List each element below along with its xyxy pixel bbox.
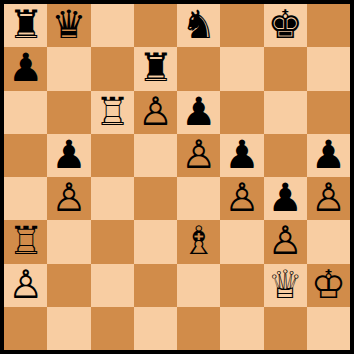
piece-white-pawn: ♙ (8, 265, 43, 304)
square-g6[interactable] (264, 91, 307, 134)
square-f5[interactable]: ♟ (220, 134, 263, 177)
square-b2[interactable] (47, 264, 90, 307)
square-a8[interactable]: ♜ (4, 4, 47, 47)
piece-black-pawn: ♟ (181, 92, 216, 131)
square-f6[interactable] (220, 91, 263, 134)
square-c1[interactable] (91, 307, 134, 350)
piece-white-pawn: ♙ (181, 135, 216, 174)
square-h2[interactable]: ♔ (307, 264, 350, 307)
piece-black-king: ♚ (268, 5, 303, 44)
piece-black-pawn: ♟ (8, 48, 43, 87)
square-a1[interactable] (4, 307, 47, 350)
square-b6[interactable] (47, 91, 90, 134)
square-a5[interactable] (4, 134, 47, 177)
piece-black-pawn: ♟ (51, 135, 86, 174)
square-g1[interactable] (264, 307, 307, 350)
piece-white-bishop: ♗ (181, 221, 216, 260)
square-f1[interactable] (220, 307, 263, 350)
square-b1[interactable] (47, 307, 90, 350)
square-a4[interactable] (4, 177, 47, 220)
square-b7[interactable] (47, 47, 90, 90)
square-f2[interactable] (220, 264, 263, 307)
square-b4[interactable]: ♙ (47, 177, 90, 220)
square-h8[interactable] (307, 4, 350, 47)
piece-white-pawn: ♙ (268, 221, 303, 260)
square-c2[interactable] (91, 264, 134, 307)
square-g4[interactable]: ♟ (264, 177, 307, 220)
square-a7[interactable]: ♟ (4, 47, 47, 90)
square-e8[interactable]: ♞ (177, 4, 220, 47)
square-d3[interactable] (134, 220, 177, 263)
square-f8[interactable] (220, 4, 263, 47)
square-d7[interactable]: ♜ (134, 47, 177, 90)
square-g7[interactable] (264, 47, 307, 90)
square-g5[interactable] (264, 134, 307, 177)
square-a3[interactable]: ♖ (4, 220, 47, 263)
board-grid: ♜♛♞♚♟♜♖♙♟♟♙♟♟♙♙♟♙♖♗♙♙♕♔ (4, 4, 350, 350)
square-e3[interactable]: ♗ (177, 220, 220, 263)
square-b5[interactable]: ♟ (47, 134, 90, 177)
square-d1[interactable] (134, 307, 177, 350)
square-d4[interactable] (134, 177, 177, 220)
square-e7[interactable] (177, 47, 220, 90)
square-h4[interactable]: ♙ (307, 177, 350, 220)
square-f7[interactable] (220, 47, 263, 90)
square-e4[interactable] (177, 177, 220, 220)
piece-white-rook: ♖ (95, 92, 130, 131)
square-d2[interactable] (134, 264, 177, 307)
square-c5[interactable] (91, 134, 134, 177)
piece-white-pawn: ♙ (311, 178, 346, 217)
square-h7[interactable] (307, 47, 350, 90)
square-b8[interactable]: ♛ (47, 4, 90, 47)
square-h1[interactable] (307, 307, 350, 350)
piece-black-pawn: ♟ (224, 135, 259, 174)
square-f3[interactable] (220, 220, 263, 263)
square-h3[interactable] (307, 220, 350, 263)
square-d8[interactable] (134, 4, 177, 47)
square-h5[interactable]: ♟ (307, 134, 350, 177)
piece-black-knight: ♞ (181, 5, 216, 44)
square-g8[interactable]: ♚ (264, 4, 307, 47)
square-c4[interactable] (91, 177, 134, 220)
square-f4[interactable]: ♙ (220, 177, 263, 220)
square-d6[interactable]: ♙ (134, 91, 177, 134)
piece-black-rook: ♜ (8, 5, 43, 44)
piece-white-pawn: ♙ (138, 92, 173, 131)
square-e2[interactable] (177, 264, 220, 307)
square-e1[interactable] (177, 307, 220, 350)
piece-black-pawn: ♟ (268, 178, 303, 217)
piece-black-rook: ♜ (138, 48, 173, 87)
square-g2[interactable]: ♕ (264, 264, 307, 307)
piece-white-pawn: ♙ (51, 178, 86, 217)
piece-white-rook: ♖ (8, 221, 43, 260)
piece-black-queen: ♛ (51, 5, 86, 44)
square-a2[interactable]: ♙ (4, 264, 47, 307)
square-c3[interactable] (91, 220, 134, 263)
square-e5[interactable]: ♙ (177, 134, 220, 177)
square-e6[interactable]: ♟ (177, 91, 220, 134)
square-h6[interactable] (307, 91, 350, 134)
square-c7[interactable] (91, 47, 134, 90)
square-g3[interactable]: ♙ (264, 220, 307, 263)
piece-black-pawn: ♟ (311, 135, 346, 174)
piece-white-king: ♔ (311, 265, 346, 304)
piece-white-pawn: ♙ (224, 178, 259, 217)
square-b3[interactable] (47, 220, 90, 263)
square-c6[interactable]: ♖ (91, 91, 134, 134)
square-d5[interactable] (134, 134, 177, 177)
piece-white-queen: ♕ (268, 265, 303, 304)
chess-board-frame: ♜♛♞♚♟♜♖♙♟♟♙♟♟♙♙♟♙♖♗♙♙♕♔ (0, 0, 354, 354)
square-c8[interactable] (91, 4, 134, 47)
square-a6[interactable] (4, 91, 47, 134)
